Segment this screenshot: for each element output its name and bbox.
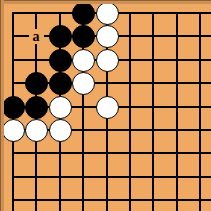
white-stone[interactable]: [49, 96, 72, 119]
white-stone[interactable]: [96, 49, 119, 72]
board-edge-left: [0, 0, 4, 211]
grid-line-vertical: [152, 12, 154, 211]
white-stone[interactable]: [49, 119, 72, 142]
white-stone[interactable]: [96, 96, 119, 119]
white-stone[interactable]: [72, 49, 95, 72]
black-stone[interactable]: [25, 96, 48, 119]
white-stone[interactable]: [25, 119, 48, 142]
black-stone[interactable]: [72, 2, 95, 25]
black-stone[interactable]: [49, 25, 72, 48]
black-stone[interactable]: [49, 72, 72, 95]
white-stone[interactable]: [96, 25, 119, 48]
grid-line-vertical: [129, 12, 131, 211]
black-stone[interactable]: [2, 96, 25, 119]
go-board-diagram: a: [0, 0, 211, 211]
point-label-a[interactable]: a: [33, 30, 40, 44]
white-stone[interactable]: [2, 119, 25, 142]
white-stone[interactable]: [96, 2, 119, 25]
black-stone[interactable]: [72, 25, 95, 48]
grid-line-vertical: [199, 12, 201, 211]
grid-line-horizontal: [12, 152, 211, 154]
grid-line-horizontal: [12, 199, 211, 201]
white-stone[interactable]: [72, 72, 95, 95]
board-edge-top: [0, 0, 211, 4]
grid-line-vertical: [176, 12, 178, 211]
grid-line-horizontal: [12, 176, 211, 178]
black-stone[interactable]: [25, 72, 48, 95]
black-stone[interactable]: [49, 49, 72, 72]
